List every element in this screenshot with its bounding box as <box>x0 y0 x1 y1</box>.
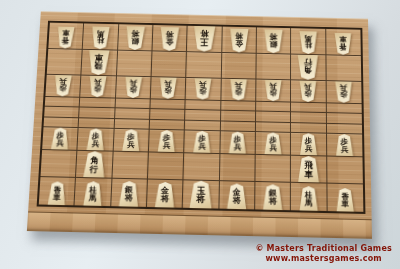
square-1i[interactable]: 香車 <box>327 184 363 212</box>
kanji-glyph: 将 <box>270 33 278 41</box>
square-2g[interactable]: 歩兵 <box>291 133 327 157</box>
kanji-glyph: 兵 <box>127 141 135 149</box>
square-6a[interactable]: 金将 <box>152 25 187 52</box>
piece-pawn-sente[interactable]: 歩兵 <box>122 129 141 151</box>
watermark-line1: © Masters Traditional Games <box>255 244 392 254</box>
piece-silver-sente[interactable]: 銀将 <box>262 184 282 210</box>
square-2c[interactable]: 歩兵 <box>291 80 326 103</box>
kanji-glyph: 兵 <box>234 143 242 151</box>
square-7g[interactable]: 歩兵 <box>113 129 149 153</box>
piece-pawn-gote[interactable]: 歩兵 <box>89 76 108 98</box>
piece-wrapper: 歩兵 <box>124 77 143 99</box>
square-1c[interactable]: 歩兵 <box>326 81 361 104</box>
piece-king-gote[interactable]: 王将 <box>193 26 216 52</box>
piece-knight-gote[interactable]: 桂馬 <box>299 31 318 54</box>
piece-wrapper: 金将 <box>229 29 249 53</box>
piece-gold-sente[interactable]: 金将 <box>154 182 175 208</box>
piece-knight-sente[interactable]: 桂馬 <box>83 181 104 206</box>
piece-wrapper: 歩兵 <box>335 134 353 156</box>
piece-wrapper: 歩兵 <box>50 127 69 149</box>
square-8h[interactable]: 角行 <box>76 151 113 179</box>
piece-gold-sente[interactable]: 金将 <box>226 183 247 209</box>
square-7h[interactable] <box>112 152 149 180</box>
kanji-glyph: 兵 <box>305 145 313 153</box>
piece-wrapper: 金将 <box>154 182 175 208</box>
kanji-glyph: 兵 <box>269 144 277 152</box>
piece-wrapper: 歩兵 <box>193 131 212 153</box>
piece-pawn-gote[interactable]: 歩兵 <box>54 75 73 97</box>
piece-wrapper: 玉将 <box>189 180 213 208</box>
kanji-glyph: 車 <box>340 36 347 43</box>
kanji-glyph: 将 <box>269 198 277 206</box>
kanji-glyph: 金 <box>235 40 243 48</box>
square-9c[interactable]: 歩兵 <box>45 75 81 98</box>
square-6b[interactable] <box>152 51 188 78</box>
square-5b[interactable] <box>187 52 222 79</box>
square-8g[interactable]: 歩兵 <box>78 128 115 152</box>
square-9i[interactable]: 香車 <box>39 177 76 205</box>
square-1g[interactable]: 歩兵 <box>327 134 363 158</box>
piece-wrapper: 歩兵 <box>54 75 73 97</box>
square-3c[interactable]: 歩兵 <box>256 80 291 103</box>
piece-wrapper: 歩兵 <box>299 80 317 102</box>
piece-wrapper: 王将 <box>193 26 216 52</box>
kanji-glyph: 兵 <box>341 146 349 154</box>
square-2a[interactable]: 桂馬 <box>291 28 326 55</box>
square-6g[interactable]: 歩兵 <box>149 130 185 154</box>
piece-bishop-gote[interactable]: 角行 <box>297 55 319 80</box>
piece-wrapper: 歩兵 <box>86 128 105 150</box>
piece-pawn-sente[interactable]: 歩兵 <box>193 131 212 153</box>
piece-wrapper: 角行 <box>297 55 319 80</box>
square-8b[interactable]: 飛車 <box>82 50 118 77</box>
piece-wrapper: 銀将 <box>264 29 284 53</box>
piece-pawn-gote[interactable]: 歩兵 <box>194 78 212 100</box>
piece-wrapper: 歩兵 <box>229 79 247 101</box>
piece-pawn-sente[interactable]: 歩兵 <box>228 131 246 153</box>
square-9g[interactable]: 歩兵 <box>42 127 79 151</box>
square-4a[interactable]: 金将 <box>222 27 257 54</box>
piece-knight-sente[interactable]: 桂馬 <box>299 186 318 211</box>
board-surface: 香車桂馬銀将金将王将金将銀将桂馬香車飛車角行歩兵歩兵歩兵歩兵歩兵歩兵歩兵歩兵歩兵… <box>28 11 372 221</box>
square-6i[interactable]: 金将 <box>147 180 184 208</box>
square-6c[interactable]: 歩兵 <box>151 77 187 100</box>
piece-wrapper: 歩兵 <box>122 129 141 151</box>
kanji-glyph: 将 <box>166 30 174 38</box>
piece-wrapper: 歩兵 <box>335 81 353 103</box>
square-9h[interactable] <box>40 150 77 178</box>
piece-pawn-gote[interactable]: 歩兵 <box>299 80 317 102</box>
piece-rook-gote[interactable]: 飛車 <box>88 50 111 75</box>
kanji-glyph: 角 <box>304 66 312 74</box>
kanji-glyph: 兵 <box>56 139 64 147</box>
square-9b[interactable] <box>47 49 83 76</box>
piece-wrapper: 香車 <box>336 188 355 212</box>
square-2b[interactable]: 角行 <box>291 55 326 82</box>
square-3a[interactable]: 銀将 <box>257 27 292 54</box>
piece-lance-gote[interactable]: 香車 <box>56 27 75 49</box>
kanji-glyph: 兵 <box>270 82 277 89</box>
square-5h[interactable] <box>184 153 220 181</box>
piece-wrapper: 桂馬 <box>299 186 318 211</box>
kanji-glyph: 馬 <box>97 30 105 37</box>
kanji-glyph: 兵 <box>94 78 102 85</box>
piece-wrapper: 桂馬 <box>91 26 111 49</box>
kanji-glyph: 将 <box>161 196 169 204</box>
piece-pawn-gote[interactable]: 歩兵 <box>229 79 247 101</box>
square-8a[interactable]: 桂馬 <box>83 23 119 50</box>
square-6h[interactable] <box>148 152 185 180</box>
piece-wrapper: 銀将 <box>125 26 146 50</box>
piece-gold-gote[interactable]: 金将 <box>160 27 180 51</box>
piece-gold-gote[interactable]: 金将 <box>229 29 249 53</box>
square-2h[interactable]: 飛車 <box>291 156 327 184</box>
kanji-glyph: 馬 <box>305 35 312 42</box>
kanji-glyph: 将 <box>131 30 139 38</box>
square-3b[interactable] <box>256 54 291 81</box>
kanji-glyph: 車 <box>95 53 104 61</box>
kanji-glyph: 車 <box>62 30 70 37</box>
square-4b[interactable] <box>221 53 256 80</box>
kanji-glyph: 馬 <box>305 199 313 207</box>
kanji-glyph: 将 <box>235 32 243 40</box>
square-5i[interactable]: 玉将 <box>183 180 220 208</box>
kanji-glyph: 車 <box>341 201 349 209</box>
kanji-glyph: 車 <box>53 194 61 202</box>
piece-knight-gote[interactable]: 桂馬 <box>91 26 111 49</box>
kanji-glyph: 車 <box>304 170 313 179</box>
piece-pawn-gote[interactable]: 歩兵 <box>124 77 143 99</box>
piece-wrapper: 歩兵 <box>159 77 178 99</box>
square-4i[interactable]: 金将 <box>219 181 255 209</box>
kanji-glyph: 馬 <box>89 194 97 202</box>
kanji-glyph: 兵 <box>235 81 243 88</box>
piece-wrapper: 歩兵 <box>157 130 176 152</box>
kanji-glyph: 兵 <box>129 79 137 86</box>
piece-wrapper: 香車 <box>56 27 75 49</box>
piece-wrapper: 桂馬 <box>83 181 104 206</box>
kanji-glyph: 兵 <box>163 142 171 150</box>
piece-wrapper: 金将 <box>160 27 180 51</box>
square-1h[interactable] <box>327 156 363 184</box>
piece-wrapper: 飛車 <box>297 156 319 183</box>
piece-wrapper: 銀将 <box>262 184 282 210</box>
square-3i[interactable]: 銀将 <box>255 182 291 210</box>
kanji-glyph: 飛 <box>95 61 104 69</box>
piece-king-sente[interactable]: 玉将 <box>189 180 213 208</box>
piece-wrapper: 飛車 <box>88 50 111 75</box>
kanji-glyph: 将 <box>233 197 241 205</box>
piece-silver-sente[interactable]: 銀将 <box>118 181 139 207</box>
piece-wrapper: 銀将 <box>118 181 139 207</box>
square-7c[interactable]: 歩兵 <box>116 76 152 99</box>
kanji-glyph: 兵 <box>340 84 348 91</box>
piece-pawn-sente[interactable]: 歩兵 <box>299 133 317 155</box>
square-4h[interactable] <box>220 154 256 182</box>
square-3h[interactable] <box>255 155 291 183</box>
piece-pawn-gote[interactable]: 歩兵 <box>335 81 353 103</box>
piece-pawn-gote[interactable]: 歩兵 <box>159 77 178 99</box>
piece-wrapper: 桂馬 <box>299 31 318 54</box>
piece-lance-sente[interactable]: 香車 <box>47 181 67 205</box>
piece-pawn-sente[interactable]: 歩兵 <box>86 128 105 150</box>
watermark: © Masters Traditional Games www.mastersg… <box>255 244 392 264</box>
square-3g[interactable]: 歩兵 <box>256 132 292 156</box>
piece-pawn-sente[interactable]: 歩兵 <box>335 134 353 156</box>
square-1a[interactable]: 香車 <box>326 29 361 56</box>
piece-lance-sente[interactable]: 香車 <box>336 188 355 212</box>
kanji-glyph: 兵 <box>200 81 208 88</box>
square-2i[interactable]: 桂馬 <box>291 183 327 211</box>
piece-wrapper: 歩兵 <box>264 80 282 102</box>
kanji-glyph: 将 <box>124 195 132 203</box>
kanji-glyph: 銀 <box>131 37 139 45</box>
square-7i[interactable]: 銀将 <box>111 179 148 207</box>
kanji-glyph: 金 <box>166 38 174 46</box>
square-9a[interactable]: 香車 <box>48 23 84 50</box>
piece-pawn-sente[interactable]: 歩兵 <box>50 127 69 149</box>
kanji-glyph: 王 <box>200 38 209 46</box>
piece-wrapper: 歩兵 <box>299 133 317 155</box>
piece-wrapper: 歩兵 <box>89 76 108 98</box>
square-5a[interactable]: 王将 <box>187 26 222 53</box>
square-1b[interactable] <box>326 55 361 82</box>
piece-pawn-gote[interactable]: 歩兵 <box>264 80 282 102</box>
photo-background: 香車桂馬銀将金将王将金将銀将桂馬香車飛車角行歩兵歩兵歩兵歩兵歩兵歩兵歩兵歩兵歩兵… <box>0 0 400 269</box>
watermark-line2: www.mastersgames.com <box>255 254 392 264</box>
kanji-glyph: 香 <box>340 43 347 50</box>
square-7a[interactable]: 銀将 <box>118 24 154 51</box>
square-5g[interactable]: 歩兵 <box>184 130 220 154</box>
kanji-glyph: 兵 <box>59 77 67 84</box>
kanji-glyph: 将 <box>200 30 208 38</box>
piece-silver-gote[interactable]: 銀将 <box>125 26 146 50</box>
kanji-glyph: 将 <box>196 195 205 204</box>
kanji-glyph: 兵 <box>305 83 312 90</box>
piece-pawn-sente[interactable]: 歩兵 <box>264 132 282 154</box>
piece-wrapper: 歩兵 <box>264 132 282 154</box>
kanji-glyph: 兵 <box>91 140 99 148</box>
square-7b[interactable] <box>117 51 153 78</box>
piece-wrapper: 歩兵 <box>228 131 246 153</box>
piece-lance-gote[interactable]: 香車 <box>334 33 352 55</box>
piece-wrapper: 歩兵 <box>194 78 212 100</box>
kanji-glyph: 行 <box>304 58 312 66</box>
piece-wrapper: 金将 <box>226 183 247 209</box>
shogi-board: 香車桂馬銀将金将王将金将銀将桂馬香車飛車角行歩兵歩兵歩兵歩兵歩兵歩兵歩兵歩兵歩兵… <box>27 11 372 239</box>
board-grid: 香車桂馬銀将金将王将金将銀将桂馬香車飛車角行歩兵歩兵歩兵歩兵歩兵歩兵歩兵歩兵歩兵… <box>37 21 366 214</box>
piece-wrapper: 角行 <box>83 151 106 178</box>
square-8c[interactable]: 歩兵 <box>80 76 116 99</box>
piece-wrapper: 香車 <box>334 33 352 55</box>
kanji-glyph: 銀 <box>270 40 278 48</box>
kanji-glyph: 兵 <box>198 143 206 151</box>
piece-bishop-sente[interactable]: 角行 <box>83 151 106 178</box>
square-4g[interactable]: 歩兵 <box>220 131 256 155</box>
square-4c[interactable]: 歩兵 <box>221 79 256 102</box>
kanji-glyph: 行 <box>90 165 99 174</box>
piece-pawn-sente[interactable]: 歩兵 <box>157 130 176 152</box>
kanji-glyph: 兵 <box>165 80 173 87</box>
piece-rook-sente[interactable]: 飛車 <box>297 156 319 183</box>
piece-silver-gote[interactable]: 銀将 <box>264 29 284 53</box>
square-8i[interactable]: 桂馬 <box>75 178 112 206</box>
square-5c[interactable]: 歩兵 <box>186 78 222 101</box>
kanji-glyph: 香 <box>62 37 70 44</box>
piece-wrapper: 香車 <box>47 181 67 205</box>
